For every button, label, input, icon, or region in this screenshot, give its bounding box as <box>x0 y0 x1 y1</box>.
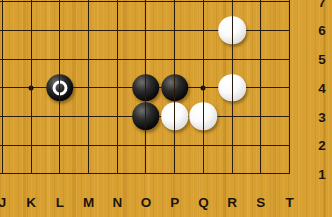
board-intersection[interactable] <box>46 102 75 131</box>
board-intersection[interactable] <box>218 131 247 160</box>
board-intersection[interactable] <box>189 0 218 16</box>
board-intersection[interactable] <box>132 102 161 131</box>
board-intersection[interactable] <box>218 73 247 102</box>
board-intersection[interactable] <box>17 131 46 160</box>
board-intersection[interactable] <box>46 16 75 45</box>
board-intersection[interactable] <box>74 0 103 16</box>
column-label: R <box>227 195 237 210</box>
board-intersection[interactable] <box>275 16 304 45</box>
white-stone <box>218 74 246 102</box>
board-intersection[interactable] <box>46 131 75 160</box>
board-intersection[interactable] <box>246 45 275 74</box>
black-stone <box>132 103 160 131</box>
board-intersection[interactable] <box>0 45 17 74</box>
column-label: P <box>170 195 179 210</box>
white-stone <box>218 17 246 45</box>
row-label: 2 <box>318 138 326 153</box>
board-intersection[interactable] <box>46 0 75 16</box>
board-intersection[interactable] <box>74 131 103 160</box>
board-intersection[interactable] <box>246 159 275 188</box>
row-label: 3 <box>318 109 326 124</box>
board-intersection[interactable] <box>160 131 189 160</box>
board-intersection[interactable] <box>46 73 75 102</box>
black-stone <box>46 74 74 102</box>
board-intersection[interactable] <box>275 45 304 74</box>
star-point <box>201 85 206 90</box>
board-intersection[interactable] <box>0 0 17 16</box>
row-label: 1 <box>318 166 326 181</box>
board-intersection[interactable] <box>275 131 304 160</box>
star-point <box>29 85 34 90</box>
column-label: M <box>83 195 94 210</box>
board-intersection[interactable] <box>74 73 103 102</box>
board-intersection[interactable] <box>132 131 161 160</box>
board-intersection[interactable] <box>0 159 17 188</box>
board-intersection[interactable] <box>103 159 132 188</box>
board-intersection[interactable] <box>189 159 218 188</box>
board-intersection[interactable] <box>74 45 103 74</box>
row-label: 5 <box>318 52 326 67</box>
board-intersection[interactable] <box>132 73 161 102</box>
row-label: 4 <box>318 80 326 95</box>
board-intersection[interactable] <box>275 102 304 131</box>
board-intersection[interactable] <box>189 45 218 74</box>
board-intersection[interactable] <box>46 159 75 188</box>
board-intersection[interactable] <box>46 45 75 74</box>
board-intersection[interactable] <box>189 73 218 102</box>
row-label: 6 <box>318 23 326 38</box>
board-intersection[interactable] <box>218 102 247 131</box>
board-intersection[interactable] <box>132 16 161 45</box>
board-intersection[interactable] <box>132 45 161 74</box>
column-label: T <box>285 195 293 210</box>
board-intersection[interactable] <box>160 16 189 45</box>
board-intersection[interactable] <box>160 102 189 131</box>
board-intersection[interactable] <box>160 0 189 16</box>
board-intersection[interactable] <box>246 0 275 16</box>
board-intersection[interactable] <box>74 159 103 188</box>
board-intersection[interactable] <box>17 0 46 16</box>
board-intersection[interactable] <box>17 45 46 74</box>
board-intersection[interactable] <box>189 16 218 45</box>
column-label: K <box>26 195 36 210</box>
column-label: O <box>141 195 152 210</box>
board-intersection[interactable] <box>103 0 132 16</box>
board-intersection[interactable] <box>17 16 46 45</box>
board-intersection[interactable] <box>0 131 17 160</box>
column-label: Q <box>198 195 209 210</box>
column-label: N <box>112 195 122 210</box>
board-intersection[interactable] <box>189 102 218 131</box>
board-intersection[interactable] <box>17 73 46 102</box>
white-stone <box>161 103 189 131</box>
go-board: JKLMNOPQRST 7654321 <box>0 0 332 217</box>
board-intersection[interactable] <box>275 0 304 16</box>
board-intersection[interactable] <box>218 0 247 16</box>
board-intersection[interactable] <box>189 131 218 160</box>
board-intersection[interactable] <box>275 73 304 102</box>
row-label: 7 <box>318 0 326 9</box>
board-intersection[interactable] <box>103 102 132 131</box>
board-intersection[interactable] <box>74 102 103 131</box>
board-intersection[interactable] <box>246 16 275 45</box>
board-intersection[interactable] <box>74 16 103 45</box>
board-grid <box>0 0 304 188</box>
board-intersection[interactable] <box>0 16 17 45</box>
board-intersection[interactable] <box>246 73 275 102</box>
board-intersection[interactable] <box>160 159 189 188</box>
board-intersection[interactable] <box>103 45 132 74</box>
board-intersection[interactable] <box>17 159 46 188</box>
board-intersection[interactable] <box>160 73 189 102</box>
last-move-marker <box>52 80 68 96</box>
board-intersection[interactable] <box>246 131 275 160</box>
black-stone <box>132 74 160 102</box>
board-intersection[interactable] <box>275 159 304 188</box>
black-stone <box>161 74 189 102</box>
white-stone <box>190 103 218 131</box>
board-intersection[interactable] <box>132 0 161 16</box>
board-intersection[interactable] <box>132 159 161 188</box>
column-label: L <box>56 195 64 210</box>
board-intersection[interactable] <box>0 73 17 102</box>
column-label: J <box>0 195 6 210</box>
board-intersection[interactable] <box>246 102 275 131</box>
board-intersection[interactable] <box>0 102 17 131</box>
board-intersection[interactable] <box>218 16 247 45</box>
board-intersection[interactable] <box>218 159 247 188</box>
column-label: S <box>256 195 265 210</box>
board-intersection[interactable] <box>103 16 132 45</box>
board-intersection[interactable] <box>103 131 132 160</box>
board-intersection[interactable] <box>218 45 247 74</box>
board-intersection[interactable] <box>17 102 46 131</box>
board-intersection[interactable] <box>160 45 189 74</box>
board-intersection[interactable] <box>103 73 132 102</box>
